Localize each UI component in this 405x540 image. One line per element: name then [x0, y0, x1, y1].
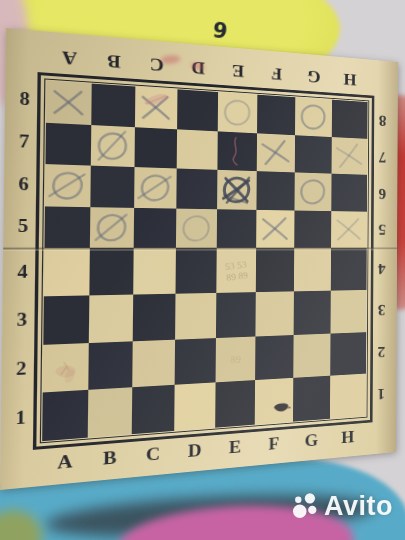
square-f4 — [256, 248, 294, 292]
rank-labels-left: 87654321 — [1, 78, 45, 445]
square-b2 — [88, 341, 132, 390]
square-h4 — [331, 248, 367, 291]
file-label-bottom-D: D — [174, 431, 215, 470]
avito-watermark-text: Avito — [324, 491, 393, 522]
square-f1 — [255, 378, 294, 424]
rank-label-left-5: 5 — [3, 216, 42, 237]
square-e4 — [216, 248, 256, 293]
square-b8 — [91, 84, 135, 127]
board-grid — [42, 81, 367, 442]
square-g4 — [294, 248, 331, 291]
square-c2 — [132, 339, 175, 387]
square-e8 — [218, 92, 258, 133]
rank-label-left-2: 2 — [1, 358, 40, 381]
square-e1 — [215, 380, 255, 427]
rank-label-right-3: 3 — [368, 301, 395, 320]
file-label-top-C: C — [135, 45, 177, 84]
file-label-top-B: B — [92, 41, 136, 81]
square-a4 — [44, 248, 90, 296]
avito-watermark: Avito — [292, 491, 393, 522]
square-d5 — [176, 208, 217, 248]
rank-label-right-4: 4 — [368, 259, 395, 277]
square-b5 — [90, 207, 134, 248]
rank-label-right-8: 8 — [369, 111, 396, 130]
square-f6 — [256, 171, 294, 210]
file-label-top-F: F — [257, 55, 295, 92]
photo-listing-image: 53 5389 8989 ABCDEFGH ABCDEFGH 87654321 … — [0, 0, 405, 540]
file-label-top-E: E — [218, 52, 258, 89]
square-d6 — [176, 169, 217, 209]
rank-label-right-5: 5 — [368, 220, 395, 238]
square-f7 — [257, 133, 295, 173]
square-e6 — [217, 170, 257, 210]
square-g6 — [294, 173, 331, 211]
square-b3 — [89, 295, 133, 343]
square-f3 — [255, 291, 293, 336]
square-c5 — [134, 208, 177, 249]
square-d4 — [176, 248, 217, 294]
square-c4 — [133, 248, 176, 294]
file-label-top-G: G — [295, 58, 332, 94]
square-b4 — [89, 248, 133, 295]
square-d7 — [177, 129, 218, 170]
square-a7 — [45, 122, 91, 165]
square-d8 — [177, 89, 218, 131]
square-h1 — [330, 374, 366, 419]
rank-label-left-3: 3 — [2, 310, 41, 332]
square-c1 — [132, 385, 175, 434]
rank-label-left-8: 8 — [5, 88, 44, 111]
file-label-top-H: H — [332, 62, 368, 97]
rank-label-right-2: 2 — [368, 342, 395, 361]
chess-board: 53 5389 8989 ABCDEFGH ABCDEFGH 87654321 … — [0, 28, 398, 490]
square-e5 — [217, 209, 257, 248]
rank-labels-right: 87654321 — [367, 102, 396, 416]
rank-label-right-7: 7 — [369, 147, 396, 166]
rank-label-right-1: 1 — [368, 383, 395, 403]
square-c6 — [134, 167, 177, 208]
square-e3 — [216, 292, 256, 338]
rank-label-left-7: 7 — [4, 131, 43, 153]
rank-label-left-4: 4 — [3, 261, 42, 282]
square-h6 — [331, 174, 367, 212]
square-c8 — [135, 87, 178, 129]
file-label-bottom-B: B — [87, 438, 131, 479]
square-b1 — [88, 387, 132, 437]
rank-label-right-6: 6 — [369, 184, 396, 203]
handwritten-six: 6 — [212, 16, 229, 42]
square-h2 — [330, 332, 366, 376]
square-a6 — [45, 164, 91, 207]
square-g3 — [294, 291, 331, 335]
square-g2 — [293, 333, 330, 378]
square-g1 — [293, 376, 330, 422]
file-label-bottom-H: H — [330, 419, 366, 455]
square-a5 — [44, 206, 90, 248]
rank-label-left-6: 6 — [4, 173, 43, 195]
square-a8 — [46, 81, 92, 125]
square-a1 — [42, 390, 88, 441]
square-g5 — [294, 210, 331, 248]
square-b6 — [90, 166, 134, 208]
rank-label-left-1: 1 — [1, 406, 40, 430]
file-label-bottom-A: A — [42, 442, 88, 483]
file-label-bottom-E: E — [215, 428, 255, 466]
avito-logo-icon — [292, 492, 321, 521]
square-d3 — [175, 293, 216, 339]
file-label-bottom-C: C — [131, 435, 174, 475]
square-a3 — [43, 295, 89, 344]
square-f5 — [256, 210, 294, 248]
file-label-bottom-G: G — [293, 422, 330, 459]
square-c7 — [135, 127, 178, 169]
square-h7 — [332, 137, 368, 175]
square-d1 — [174, 383, 215, 431]
square-f2 — [255, 335, 294, 381]
square-h3 — [331, 290, 367, 333]
square-a2 — [43, 343, 89, 393]
square-e7 — [217, 131, 257, 171]
square-f8 — [257, 95, 295, 135]
file-label-top-A: A — [47, 37, 93, 77]
square-g7 — [295, 135, 332, 174]
file-label-bottom-F: F — [254, 425, 293, 463]
square-e2 — [216, 336, 256, 382]
square-d2 — [175, 338, 216, 385]
square-h8 — [332, 100, 368, 139]
square-h5 — [331, 211, 367, 248]
square-b7 — [91, 125, 135, 168]
square-c3 — [133, 294, 176, 341]
square-g8 — [295, 97, 332, 136]
